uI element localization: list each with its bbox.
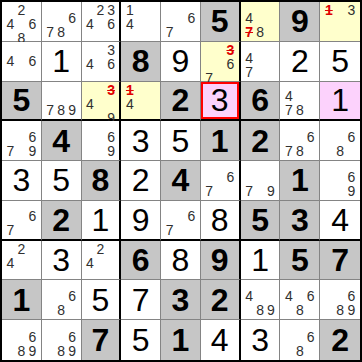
pencilmarks: 67 [2, 201, 41, 239]
candidate-6: 6 [27, 17, 38, 31]
solved-digit: 5 [172, 125, 190, 157]
candidate-6: 6 [67, 330, 78, 344]
pencilmarks: 689 [2, 320, 41, 360]
solved-digit: 8 [172, 244, 190, 276]
given-digit: 6 [251, 84, 269, 116]
cell-r1c5[interactable]: 67 [161, 2, 201, 42]
pencilmarks: 2468 [2, 2, 41, 41]
candidate-9: 9 [67, 103, 78, 117]
cell-r9c8[interactable]: 68 [280, 320, 320, 360]
cell-r8c5[interactable]: 3 [161, 280, 201, 320]
candidate-6: 6 [186, 11, 197, 25]
eliminated-candidate-1: 1 [323, 3, 334, 17]
given-digit: 2 [211, 284, 229, 316]
pencilmarks: 47 [241, 42, 280, 81]
cell-r6c4[interactable]: 9 [121, 201, 161, 241]
cell-r1c1[interactable]: 2468 [2, 2, 42, 42]
given-digit: 1 [12, 284, 30, 316]
candidate-7: 7 [164, 25, 175, 39]
candidate-8: 8 [334, 303, 345, 317]
cell-r9c3[interactable]: 7 [82, 320, 122, 360]
candidate-6: 6 [225, 57, 236, 71]
solved-digit: 2 [132, 164, 150, 196]
cell-r5c3[interactable]: 8 [82, 161, 122, 201]
candidate-4: 4 [85, 57, 96, 71]
given-digit: 9 [211, 244, 229, 276]
candidate-9: 9 [346, 303, 357, 317]
cell-r6c1[interactable]: 67 [2, 201, 42, 241]
cell-r9c7[interactable]: 3 [241, 320, 281, 360]
candidate-4: 4 [5, 54, 16, 68]
candidate-8: 8 [56, 303, 67, 317]
pencilmarks: 67 [201, 161, 239, 200]
solved-digit: 8 [211, 204, 229, 236]
given-digit: 8 [92, 164, 110, 196]
pencilmarks: 68 [320, 121, 360, 160]
candidate-8: 8 [255, 25, 266, 39]
pencilmarks: 678 [42, 2, 81, 41]
candidate-7: 7 [244, 184, 255, 198]
cell-r8c1[interactable]: 1 [2, 280, 42, 320]
solved-digit: 7 [132, 284, 150, 316]
candidate-4: 4 [5, 17, 16, 31]
candidate-4: 4 [244, 51, 255, 65]
candidate-3: 3 [106, 3, 117, 17]
cell-r7c9[interactable]: 7 [320, 241, 360, 281]
cell-r2c8[interactable]: 2 [280, 42, 320, 82]
candidate-4: 4 [283, 289, 294, 303]
candidate-8: 8 [56, 344, 67, 358]
cell-r7c5[interactable]: 8 [161, 241, 201, 281]
cell-r4c3[interactable]: 69 [82, 121, 122, 161]
cell-r2c9[interactable]: 5 [320, 42, 360, 82]
cell-r1c3[interactable]: 2346 [82, 2, 122, 42]
cell-r3c2[interactable]: 789 [42, 82, 82, 122]
candidate-7: 7 [283, 103, 294, 117]
given-digit: 2 [251, 125, 269, 157]
given-digit: 5 [291, 244, 309, 276]
cell-r2c2[interactable]: 1 [42, 42, 82, 82]
given-digit: 6 [132, 244, 150, 276]
cell-r8c3[interactable]: 5 [82, 280, 122, 320]
given-digit: 2 [331, 324, 349, 356]
cell-r2c6[interactable]: 673 [201, 42, 241, 82]
solved-digit: 1 [331, 84, 349, 116]
solved-digit: 1 [92, 204, 110, 236]
pencilmarks: 69 [320, 161, 360, 200]
pencilmarks: 478 [280, 82, 319, 120]
given-digit: 5 [211, 5, 229, 37]
cell-r3c1[interactable]: 5 [2, 82, 42, 122]
cell-r5c2[interactable]: 5 [42, 161, 82, 201]
candidate-6: 6 [305, 330, 316, 344]
pencilmarks: 493 [82, 82, 120, 120]
pencilmarks: 24 [82, 241, 120, 280]
pencilmarks: 689 [42, 320, 81, 360]
candidate-7: 7 [45, 103, 56, 117]
cell-r6c5[interactable]: 67 [161, 201, 201, 241]
candidate-6: 6 [106, 130, 117, 144]
cell-r3c8[interactable]: 478 [280, 82, 320, 122]
candidate-1: 1 [124, 3, 135, 17]
candidate-6: 6 [67, 11, 78, 25]
cell-r8c4[interactable]: 7 [121, 280, 161, 320]
given-digit: 2 [172, 84, 190, 116]
candidate-9: 9 [67, 344, 78, 358]
solved-digit: 2 [291, 45, 309, 77]
candidate-4: 4 [124, 17, 135, 31]
pencilmarks: 689 [320, 280, 360, 319]
cell-r5c6[interactable]: 67 [201, 161, 241, 201]
candidate-2: 2 [95, 3, 106, 17]
solved-digit: 4 [331, 204, 349, 236]
cell-r7c3[interactable]: 24 [82, 241, 122, 281]
candidate-4: 4 [85, 256, 96, 270]
candidate-8: 8 [56, 25, 67, 39]
cell-r5c5[interactable]: 4 [161, 161, 201, 201]
candidate-7: 7 [164, 223, 175, 237]
cell-r9c2[interactable]: 689 [42, 320, 82, 360]
cell-r7c8[interactable]: 5 [280, 241, 320, 281]
given-digit: 8 [132, 45, 150, 77]
solved-digit: 3 [52, 244, 70, 276]
given-digit: 1 [211, 125, 229, 157]
candidate-9: 9 [27, 344, 38, 358]
pencilmarks: 673 [201, 42, 239, 81]
cell-r5c1[interactable]: 3 [2, 161, 42, 201]
candidate-8: 8 [294, 144, 305, 158]
cell-r4c9[interactable]: 68 [320, 121, 360, 161]
eliminated-candidate-1: 1 [124, 83, 135, 97]
given-digit: 9 [291, 5, 309, 37]
pencilmarks: 67 [161, 2, 200, 41]
cell-r7c2[interactable]: 3 [42, 241, 82, 281]
cell-r9c6[interactable]: 4 [201, 320, 241, 360]
candidate-4: 4 [85, 97, 96, 111]
pencilmarks: 489 [241, 280, 280, 319]
cell-r1c9[interactable]: 31 [320, 2, 360, 42]
cell-r8c2[interactable]: 68 [42, 280, 82, 320]
candidate-8: 8 [16, 344, 27, 358]
cell-r8c7[interactable]: 489 [241, 280, 281, 320]
cell-r6c3[interactable]: 1 [82, 201, 122, 241]
candidate-8: 8 [294, 344, 305, 358]
eliminated-candidate-3: 3 [225, 43, 236, 57]
cell-r1c4[interactable]: 14 [121, 2, 161, 42]
cell-r4c6[interactable]: 1 [201, 121, 241, 161]
cell-r6c6[interactable]: 8 [201, 201, 241, 241]
given-digit: 2 [52, 204, 70, 236]
candidate-9: 9 [346, 184, 357, 198]
given-digit: 3 [172, 284, 190, 316]
cell-r2c5[interactable]: 9 [161, 42, 201, 82]
given-digit: 7 [331, 244, 349, 276]
solved-digit: 1 [52, 45, 70, 77]
cell-r4c4[interactable]: 3 [121, 121, 161, 161]
cell-r6c9[interactable]: 4 [320, 201, 360, 241]
candidate-6: 6 [186, 209, 197, 223]
candidate-4: 4 [244, 11, 255, 25]
cell-r2c4[interactable]: 8 [121, 42, 161, 82]
candidate-7: 7 [5, 223, 16, 237]
given-digit: 7 [92, 324, 110, 356]
pencilmarks: 789 [42, 82, 81, 120]
cell-r9c4[interactable]: 5 [121, 320, 161, 360]
cell-r3c7[interactable]: 6 [241, 82, 281, 122]
candidate-6: 6 [106, 17, 117, 31]
cell-r2c3[interactable]: 346 [82, 42, 122, 82]
solved-digit: 3 [211, 84, 229, 116]
candidate-6: 6 [106, 57, 117, 71]
given-digit: 3 [291, 204, 309, 236]
pencilmarks: 79 [241, 161, 280, 200]
candidate-7: 7 [204, 184, 215, 198]
candidate-6: 6 [305, 289, 316, 303]
cell-r1c7[interactable]: 487 [241, 2, 281, 42]
given-digit: 1 [172, 324, 190, 356]
candidate-7: 7 [244, 65, 255, 79]
solved-digit: 3 [251, 324, 269, 356]
candidate-8: 8 [294, 303, 305, 317]
candidate-6: 6 [27, 330, 38, 344]
cell-r6c2[interactable]: 2 [42, 201, 82, 241]
pencilmarks: 679 [2, 121, 41, 160]
candidate-8: 8 [334, 144, 345, 158]
candidate-6: 6 [225, 170, 236, 184]
candidate-4: 4 [5, 256, 16, 270]
cell-r6c8[interactable]: 3 [280, 201, 320, 241]
cell-r2c1[interactable]: 46 [2, 42, 42, 82]
pencilmarks: 31 [320, 2, 360, 41]
cell-r8c9[interactable]: 689 [320, 280, 360, 320]
candidate-3: 3 [106, 43, 117, 57]
given-digit: 5 [12, 84, 30, 116]
given-digit: 1 [291, 164, 309, 196]
cell-r6c7[interactable]: 5 [241, 201, 281, 241]
candidate-6: 6 [346, 130, 357, 144]
candidate-4: 4 [85, 17, 96, 31]
candidate-7: 7 [45, 25, 56, 39]
cell-r1c2[interactable]: 678 [42, 2, 82, 42]
candidate-7: 7 [283, 144, 294, 158]
cell-r8c6[interactable]: 2 [201, 280, 241, 320]
pencilmarks: 24 [2, 241, 41, 280]
cell-r2c7[interactable]: 47 [241, 42, 281, 82]
pencilmarks: 487 [241, 2, 280, 41]
solved-digit: 3 [12, 164, 30, 196]
cell-r4c2[interactable]: 4 [42, 121, 82, 161]
cell-r3c6[interactable]: 3 [201, 82, 241, 122]
cell-r4c8[interactable]: 678 [280, 121, 320, 161]
candidate-6: 6 [346, 289, 357, 303]
given-digit: 5 [251, 204, 269, 236]
solved-digit: 5 [52, 164, 70, 196]
candidate-6: 6 [27, 54, 38, 68]
solved-digit: 5 [132, 324, 150, 356]
pencilmarks: 346 [82, 42, 120, 81]
solved-digit: 1 [251, 244, 269, 276]
candidate-9: 9 [27, 144, 38, 158]
cell-r4c7[interactable]: 2 [241, 121, 281, 161]
cell-r3c3[interactable]: 493 [82, 82, 122, 122]
given-digit: 4 [52, 125, 70, 157]
sudoku-board: 2468678234614675487931461346896734725578… [0, 0, 362, 362]
pencilmarks: 468 [280, 280, 319, 319]
pencilmarks: 678 [280, 121, 319, 160]
candidate-6: 6 [27, 130, 38, 144]
solved-digit: 5 [331, 45, 349, 77]
solved-digit: 5 [92, 284, 110, 316]
cell-r7c6[interactable]: 9 [201, 241, 241, 281]
solved-digit: 9 [132, 204, 150, 236]
candidate-2: 2 [16, 3, 27, 17]
candidate-9: 9 [266, 184, 277, 198]
cell-r4c1[interactable]: 679 [2, 121, 42, 161]
cell-r7c7[interactable]: 1 [241, 241, 281, 281]
solved-digit: 3 [132, 125, 150, 157]
pencilmarks: 68 [280, 320, 319, 360]
eliminated-candidate-3: 3 [106, 83, 117, 97]
cell-r1c8[interactable]: 9 [280, 2, 320, 42]
cell-r9c1[interactable]: 689 [2, 320, 42, 360]
solved-digit: 9 [172, 45, 190, 77]
pencilmarks: 41 [121, 82, 160, 120]
cell-r5c4[interactable]: 2 [121, 161, 161, 201]
candidate-7: 7 [5, 144, 16, 158]
candidate-4: 4 [283, 89, 294, 103]
given-digit: 4 [172, 164, 190, 196]
cell-r9c5[interactable]: 1 [161, 320, 201, 360]
cell-r5c9[interactable]: 69 [320, 161, 360, 201]
pencilmarks: 67 [161, 201, 200, 239]
candidate-8: 8 [56, 103, 67, 117]
pencilmarks: 46 [2, 42, 41, 81]
solved-digit: 4 [211, 324, 229, 356]
candidate-2: 2 [16, 242, 27, 256]
candidate-8: 8 [294, 103, 305, 117]
candidate-2: 2 [95, 242, 106, 256]
cell-r8c8[interactable]: 468 [280, 280, 320, 320]
cell-r3c5[interactable]: 2 [161, 82, 201, 122]
cell-r7c4[interactable]: 6 [121, 241, 161, 281]
cell-r4c5[interactable]: 5 [161, 121, 201, 161]
candidate-9: 9 [106, 144, 117, 158]
pencilmarks: 2346 [82, 2, 120, 41]
pencilmarks: 14 [121, 2, 160, 41]
pencilmarks: 69 [82, 121, 120, 160]
cell-r3c4[interactable]: 41 [121, 82, 161, 122]
pencilmarks: 68 [42, 280, 81, 319]
cell-r5c8[interactable]: 1 [280, 161, 320, 201]
candidate-6: 6 [67, 289, 78, 303]
candidate-9: 9 [266, 303, 277, 317]
cell-r9c9[interactable]: 2 [320, 320, 360, 360]
cell-r5c7[interactable]: 79 [241, 161, 281, 201]
cell-r7c1[interactable]: 24 [2, 241, 42, 281]
candidate-6: 6 [27, 209, 38, 223]
eliminated-candidate-7: 7 [244, 25, 255, 39]
candidate-4: 4 [244, 289, 255, 303]
cell-r3c9[interactable]: 1 [320, 82, 360, 122]
candidate-3: 3 [346, 3, 357, 17]
candidate-6: 6 [346, 170, 357, 184]
candidate-6: 6 [305, 130, 316, 144]
candidate-8: 8 [255, 303, 266, 317]
cell-r1c6[interactable]: 5 [201, 2, 241, 42]
candidate-4: 4 [124, 97, 135, 111]
